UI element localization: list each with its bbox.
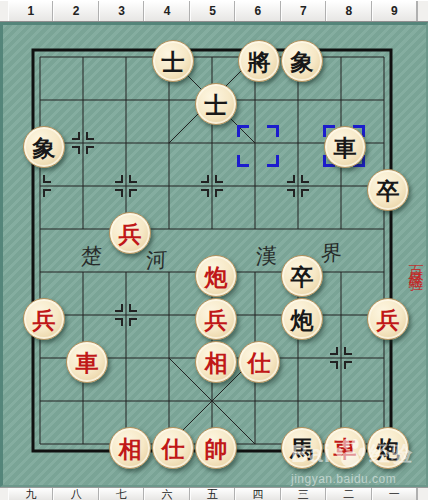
xiangqi-board[interactable]: 楚 河 漢 界 士將象士象車卒兵炮卒兵兵炮兵車相仕相仕帥馬車炮 Bai 经验 bbox=[0, 22, 428, 487]
file-label: 二 bbox=[326, 488, 371, 500]
piece-red[interactable]: 相 bbox=[195, 341, 237, 383]
file-label: 五 bbox=[190, 488, 235, 500]
river-label-han: 漢 bbox=[255, 241, 277, 270]
piece-black[interactable]: 車 bbox=[324, 126, 366, 168]
file-label: 2 bbox=[53, 1, 98, 21]
strip-spacer bbox=[0, 1, 8, 21]
river-label-jie: 界 bbox=[320, 238, 342, 267]
file-label: 一 bbox=[372, 488, 417, 500]
file-label: 6 bbox=[235, 1, 280, 21]
piece-red[interactable]: 兵 bbox=[195, 298, 237, 340]
watermark-url: jingyan.baidu.com bbox=[291, 472, 428, 486]
piece-black[interactable]: 卒 bbox=[281, 255, 323, 297]
strip-spacer bbox=[417, 1, 428, 21]
file-label: 5 bbox=[190, 1, 235, 21]
piece-black[interactable]: 象 bbox=[281, 40, 323, 82]
piece-black[interactable]: 將 bbox=[238, 40, 280, 82]
baidu-jingyan-watermark: Bai 经验 jingyan.baidu.com bbox=[291, 437, 428, 486]
piece-red[interactable]: 兵 bbox=[23, 298, 65, 340]
file-label: 1 bbox=[8, 1, 53, 21]
watermark-brand-latin: Bai bbox=[291, 440, 331, 468]
piece-red[interactable]: 帥 bbox=[195, 427, 237, 469]
river-label-he: 河 bbox=[145, 245, 167, 274]
file-label: 4 bbox=[144, 1, 189, 21]
piece-red[interactable]: 仕 bbox=[152, 427, 194, 469]
piece-red[interactable]: 兵 bbox=[367, 298, 409, 340]
file-label: 3 bbox=[99, 1, 144, 21]
file-labels-bottom: 九八七六五四三二一 bbox=[0, 487, 428, 500]
piece-red[interactable]: 兵 bbox=[109, 212, 151, 254]
file-label: 8 bbox=[326, 1, 371, 21]
paw-icon bbox=[333, 437, 367, 471]
file-label: 八 bbox=[53, 488, 98, 500]
piece-black[interactable]: 士 bbox=[195, 83, 237, 125]
piece-red[interactable]: 車 bbox=[66, 341, 108, 383]
piece-red[interactable]: 炮 bbox=[195, 255, 237, 297]
file-label: 九 bbox=[8, 488, 53, 500]
piece-red[interactable]: 仕 bbox=[238, 341, 280, 383]
xiangqi-app-window: 123456789 楚 河 漢 界 士將象士象車卒兵炮卒兵兵炮兵車相仕相仕帥馬車… bbox=[0, 0, 428, 500]
file-label: 七 bbox=[99, 488, 144, 500]
watermark-brand: Bai 经验 bbox=[291, 437, 428, 471]
vertical-watermark: 百度经验 bbox=[406, 253, 425, 269]
file-labels-top: 123456789 bbox=[0, 0, 428, 22]
file-label: 六 bbox=[144, 488, 189, 500]
watermark-brand-cjk: 经验 bbox=[369, 440, 413, 468]
strip-spacer bbox=[0, 488, 8, 500]
piece-black[interactable]: 卒 bbox=[367, 169, 409, 211]
river-label-chu: 楚 bbox=[80, 241, 102, 270]
piece-black[interactable]: 士 bbox=[152, 40, 194, 82]
strip-spacer bbox=[417, 488, 428, 500]
piece-red[interactable]: 相 bbox=[109, 427, 151, 469]
piece-black[interactable]: 象 bbox=[23, 126, 65, 168]
file-label: 7 bbox=[281, 1, 326, 21]
file-label: 9 bbox=[372, 1, 417, 21]
file-label: 四 bbox=[235, 488, 280, 500]
piece-black[interactable]: 炮 bbox=[281, 298, 323, 340]
file-label: 三 bbox=[281, 488, 326, 500]
